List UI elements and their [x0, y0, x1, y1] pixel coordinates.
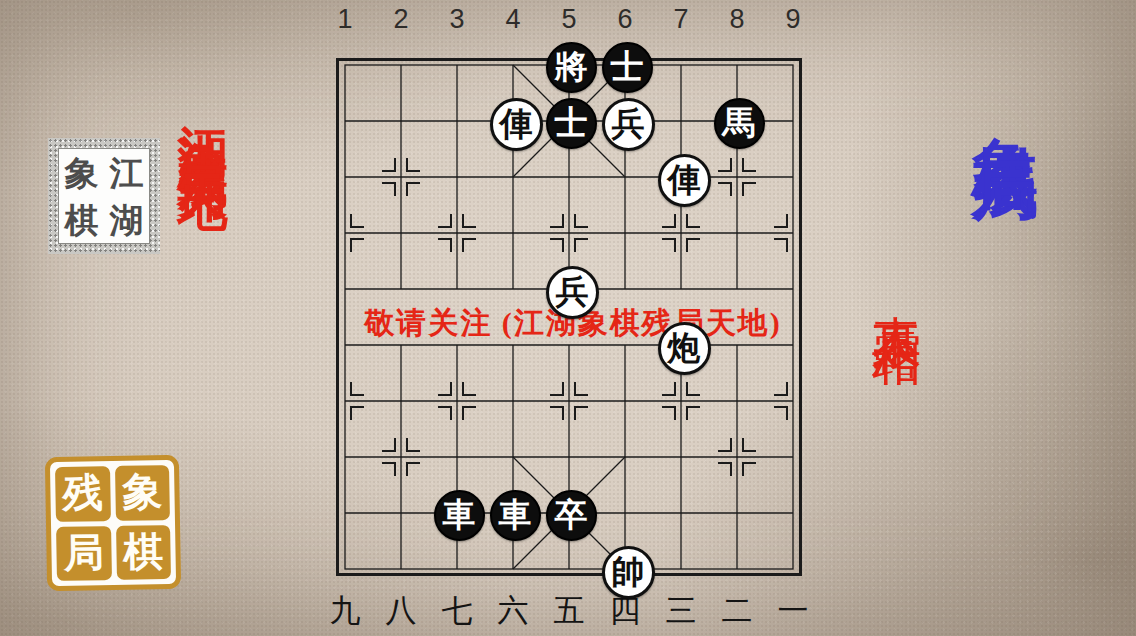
file-label-bottom-5: 五 — [541, 590, 597, 632]
position-mark — [718, 438, 731, 451]
file-label-top-4: 4 — [485, 4, 541, 35]
file-label-bottom-1: 九 — [317, 590, 373, 632]
piece-red-俥-f4r1: 俥 — [490, 98, 543, 151]
position-mark — [743, 183, 756, 196]
file-label-top-5: 5 — [541, 4, 597, 35]
seal-char-象: 象 — [115, 465, 170, 520]
position-mark — [774, 382, 787, 395]
position-mark — [382, 183, 395, 196]
stamp-char-江: 江 — [110, 156, 144, 190]
file-label-bottom-7: 三 — [653, 590, 709, 632]
position-mark — [351, 214, 364, 227]
file-label-top-7: 7 — [653, 4, 709, 35]
position-mark — [575, 214, 588, 227]
stamp-characters: 象江棋湖 — [58, 148, 150, 244]
position-mark — [575, 407, 588, 420]
piece-red-帥-f6r9: 帥 — [602, 546, 655, 599]
position-mark — [351, 382, 364, 395]
position-mark — [438, 239, 451, 252]
right-slogan-text: 真人不露相 — [872, 276, 922, 301]
piece-red-兵-f6r1: 兵 — [602, 98, 655, 151]
piece-black-士-f6r0: 士 — [602, 42, 653, 93]
position-mark — [463, 382, 476, 395]
left-title-vertical-text: 江湖象棋残局天地 — [178, 86, 228, 150]
file-label-bottom-9: 一 — [765, 590, 821, 632]
file-label-bottom-2: 八 — [373, 590, 429, 632]
position-mark — [687, 214, 700, 227]
position-mark — [550, 239, 563, 252]
position-mark — [718, 463, 731, 476]
position-mark — [351, 407, 364, 420]
top-left-channel-stamp: 象江棋湖 — [48, 138, 160, 254]
position-mark — [743, 158, 756, 171]
position-mark — [351, 239, 364, 252]
piece-black-卒-f5r8: 卒 — [546, 490, 597, 541]
piece-black-車-f3r8: 車 — [434, 490, 485, 541]
position-mark — [463, 407, 476, 420]
position-mark — [774, 214, 787, 227]
piece-black-車-f4r8: 車 — [490, 490, 541, 541]
piece-black-士-f5r1: 士 — [546, 98, 597, 149]
piece-black-將-f5r0: 將 — [546, 42, 597, 93]
piece-red-炮-f7r5: 炮 — [658, 322, 711, 375]
file-label-top-3: 3 — [429, 4, 485, 35]
file-label-bottom-4: 六 — [485, 590, 541, 632]
file-label-bottom-3: 七 — [429, 590, 485, 632]
piece-red-俥-f7r2: 俥 — [658, 154, 711, 207]
file-label-bottom-8: 二 — [709, 590, 765, 632]
position-mark — [463, 214, 476, 227]
seal-char-局: 局 — [56, 526, 111, 581]
position-mark — [382, 438, 395, 451]
position-mark — [687, 407, 700, 420]
right-blue-title-text: 象棋残局 — [972, 84, 1038, 116]
position-mark — [438, 407, 451, 420]
position-mark — [662, 214, 675, 227]
position-mark — [662, 407, 675, 420]
position-mark — [550, 382, 563, 395]
position-mark — [662, 382, 675, 395]
position-mark — [407, 183, 420, 196]
position-mark — [550, 407, 563, 420]
position-mark — [687, 239, 700, 252]
bottom-left-gold-seal: 残象局棋 — [45, 455, 181, 591]
stamp-char-棋: 棋 — [65, 203, 99, 237]
position-mark — [743, 438, 756, 451]
position-mark — [463, 239, 476, 252]
file-label-top-9: 9 — [765, 4, 821, 35]
position-mark — [407, 438, 420, 451]
seal-char-棋: 棋 — [116, 525, 171, 580]
file-label-top-8: 8 — [709, 4, 765, 35]
position-mark — [407, 158, 420, 171]
file-label-top-1: 1 — [317, 4, 373, 35]
stamp-char-湖: 湖 — [110, 203, 144, 237]
position-mark — [382, 463, 395, 476]
position-mark — [774, 407, 787, 420]
position-mark — [438, 382, 451, 395]
stamp-char-象: 象 — [65, 156, 99, 190]
position-mark — [687, 382, 700, 395]
piece-black-馬-f8r1: 馬 — [714, 98, 765, 149]
position-mark — [575, 239, 588, 252]
position-mark — [718, 158, 731, 171]
piece-red-兵-f5r4: 兵 — [546, 266, 599, 319]
xiangqi-endgame-graphic: 123456789 九八七六五四三二一 敬请关注 (江湖象棋残局天地) 將士俥士… — [0, 0, 1136, 636]
position-mark — [662, 239, 675, 252]
position-mark — [774, 239, 787, 252]
file-label-top-6: 6 — [597, 4, 653, 35]
position-mark — [407, 463, 420, 476]
position-mark — [438, 214, 451, 227]
position-mark — [718, 183, 731, 196]
file-label-top-2: 2 — [373, 4, 429, 35]
position-mark — [743, 463, 756, 476]
position-mark — [382, 158, 395, 171]
position-mark — [550, 214, 563, 227]
position-mark — [575, 382, 588, 395]
seal-char-残: 残 — [55, 466, 110, 521]
